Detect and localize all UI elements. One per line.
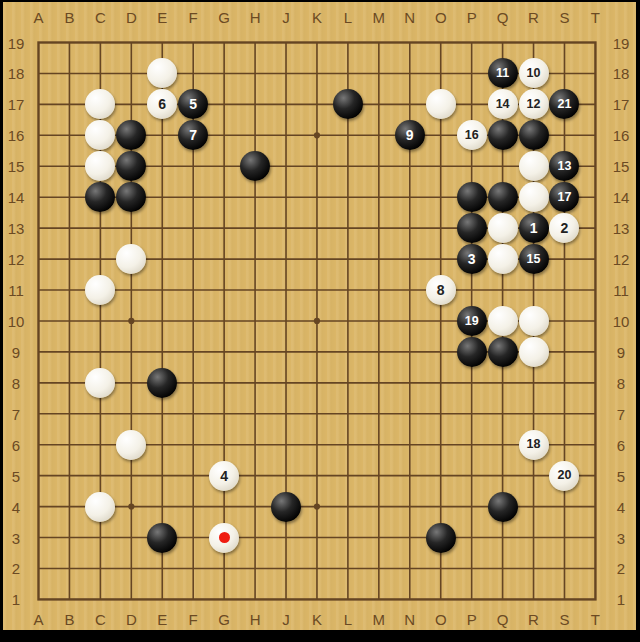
stone-white[interactable] [519,182,549,212]
row-label: 10 [8,312,25,329]
star-point [314,132,320,138]
star-point [314,318,320,324]
row-label: 17 [8,96,25,113]
column-label: R [528,611,539,628]
stone-white[interactable]: 20 [549,461,579,491]
stone-white[interactable] [426,89,456,119]
row-label: 13 [613,220,630,237]
row-label: 3 [12,529,20,546]
stone-white[interactable]: 12 [519,89,549,119]
column-label: P [467,611,477,628]
move-number: 2 [561,221,569,235]
column-label: T [591,9,600,26]
move-number: 10 [527,67,541,80]
move-number: 12 [527,98,541,111]
column-label: M [373,9,386,26]
column-label: A [33,9,43,26]
row-label: 5 [12,467,20,484]
move-number: 3 [468,252,476,266]
row-label: 14 [613,189,630,206]
move-number: 7 [189,128,197,142]
move-number: 15 [527,253,541,266]
row-label: 1 [617,591,625,608]
stone-black[interactable] [457,213,487,243]
column-label: Q [497,611,509,628]
stone-black[interactable] [488,182,518,212]
column-label: F [189,611,198,628]
row-label: 18 [8,65,25,82]
column-label: N [404,611,415,628]
column-label: T [591,611,600,628]
row-label: 8 [617,374,625,391]
move-number: 14 [496,98,510,111]
column-label: H [250,9,261,26]
stone-black[interactable]: 15 [519,244,549,274]
stone-black[interactable] [116,120,146,150]
stone-black[interactable] [488,337,518,367]
stone-black[interactable]: 21 [549,89,579,119]
row-label: 15 [8,158,25,175]
stone-white[interactable] [519,151,549,181]
column-label: P [467,9,477,26]
column-label: D [126,9,137,26]
row-label: 6 [12,436,20,453]
move-number: 18 [527,438,541,451]
stone-black[interactable] [457,182,487,212]
column-label: K [312,611,322,628]
column-label: J [282,611,290,628]
row-label: 14 [8,189,25,206]
stone-white[interactable] [147,58,177,88]
row-label: 7 [12,405,20,422]
move-number: 4 [220,469,228,483]
column-label: A [33,611,43,628]
column-label: H [250,611,261,628]
stone-black[interactable]: 3 [457,244,487,274]
row-label: 4 [12,498,20,515]
column-label: K [312,9,322,26]
column-label: L [344,611,352,628]
move-number: 8 [437,283,445,297]
move-number: 17 [558,191,572,204]
column-label: C [95,611,106,628]
column-label: G [218,611,230,628]
row-label: 15 [613,158,630,175]
stone-black[interactable]: 5 [178,89,208,119]
column-label: E [157,611,167,628]
stone-white[interactable] [85,368,115,398]
stone-white[interactable] [488,213,518,243]
stone-white[interactable] [85,120,115,150]
stone-white[interactable] [85,89,115,119]
stone-black[interactable] [333,89,363,119]
column-label: O [435,9,447,26]
row-label: 10 [613,312,630,329]
column-label: L [344,9,352,26]
move-number: 1 [530,221,538,235]
stone-black[interactable] [457,337,487,367]
stone-black[interactable] [147,368,177,398]
stone-white[interactable] [519,337,549,367]
star-point [128,318,134,324]
column-label: O [435,611,447,628]
column-label: R [528,9,539,26]
column-label: B [64,611,74,628]
row-label: 11 [613,282,629,299]
row-label: 5 [617,467,625,484]
move-number: 9 [406,128,414,142]
row-label: 18 [613,65,630,82]
stone-black[interactable] [519,120,549,150]
stone-white[interactable]: 6 [147,89,177,119]
row-label: 7 [617,405,625,422]
column-label: S [559,611,569,628]
move-number: 20 [558,469,572,482]
stone-black[interactable] [240,151,270,181]
stone-white[interactable]: 4 [209,461,239,491]
column-label: F [189,9,198,26]
stone-black[interactable]: 17 [549,182,579,212]
stone-white[interactable]: 16 [457,120,487,150]
row-label: 1 [12,591,20,608]
row-label: 19 [613,34,630,51]
row-label: 17 [613,96,630,113]
move-number: 5 [189,97,197,111]
row-label: 12 [613,251,630,268]
row-label: 8 [12,374,20,391]
row-label: 4 [617,498,625,515]
stone-white[interactable]: 14 [488,89,518,119]
stone-black[interactable] [426,523,456,553]
stone-white[interactable] [116,430,146,460]
stone-white[interactable]: 8 [426,275,456,305]
row-label: 13 [8,220,25,237]
stone-white[interactable] [85,492,115,522]
stone-black[interactable] [488,120,518,150]
move-number: 6 [158,97,166,111]
column-label: C [95,9,106,26]
board-frame: AABBCCDDEEFFGGHHJJKKLLMMNNOOPPQQRRSSTT19… [0,0,640,642]
star-point [128,504,134,510]
stone-black[interactable] [488,492,518,522]
go-board[interactable]: AABBCCDDEEFFGGHHJJKKLLMMNNOOPPQQRRSSTT19… [3,2,636,630]
stone-white[interactable]: 10 [519,58,549,88]
move-number: 16 [465,129,479,142]
column-label: Q [497,9,509,26]
stone-white[interactable] [116,244,146,274]
stone-black[interactable] [85,182,115,212]
stone-black[interactable]: 13 [549,151,579,181]
row-label: 12 [8,251,25,268]
column-label: D [126,611,137,628]
column-label: S [559,9,569,26]
stone-black[interactable]: 9 [395,120,425,150]
column-label: E [157,9,167,26]
stone-black[interactable]: 11 [488,58,518,88]
stone-white[interactable] [209,523,239,553]
row-label: 9 [617,343,625,360]
row-label: 3 [617,529,625,546]
stone-white[interactable] [85,275,115,305]
move-number: 11 [496,67,509,80]
stone-black[interactable]: 19 [457,306,487,336]
row-label: 19 [8,34,25,51]
column-label: B [64,9,74,26]
stone-white[interactable]: 2 [549,213,579,243]
row-label: 11 [8,282,24,299]
stone-white[interactable] [519,306,549,336]
column-label: J [282,9,290,26]
stone-black[interactable]: 1 [519,213,549,243]
stone-white[interactable]: 18 [519,430,549,460]
stone-black[interactable] [271,492,301,522]
column-label: G [218,9,230,26]
stone-white[interactable] [85,151,115,181]
move-number: 19 [465,315,479,328]
stone-white[interactable] [488,306,518,336]
stone-black[interactable] [147,523,177,553]
row-label: 2 [12,560,20,577]
row-label: 9 [12,343,20,360]
row-label: 6 [617,436,625,453]
column-label: N [404,9,415,26]
column-label: M [373,611,386,628]
last-move-marker [219,532,230,543]
row-label: 2 [617,560,625,577]
stone-black[interactable] [116,151,146,181]
move-number: 21 [558,98,572,111]
row-label: 16 [8,127,25,144]
move-number: 13 [558,160,572,173]
stone-white[interactable] [488,244,518,274]
row-label: 16 [613,127,630,144]
star-point [314,504,320,510]
stone-black[interactable]: 7 [178,120,208,150]
stone-black[interactable] [116,182,146,212]
